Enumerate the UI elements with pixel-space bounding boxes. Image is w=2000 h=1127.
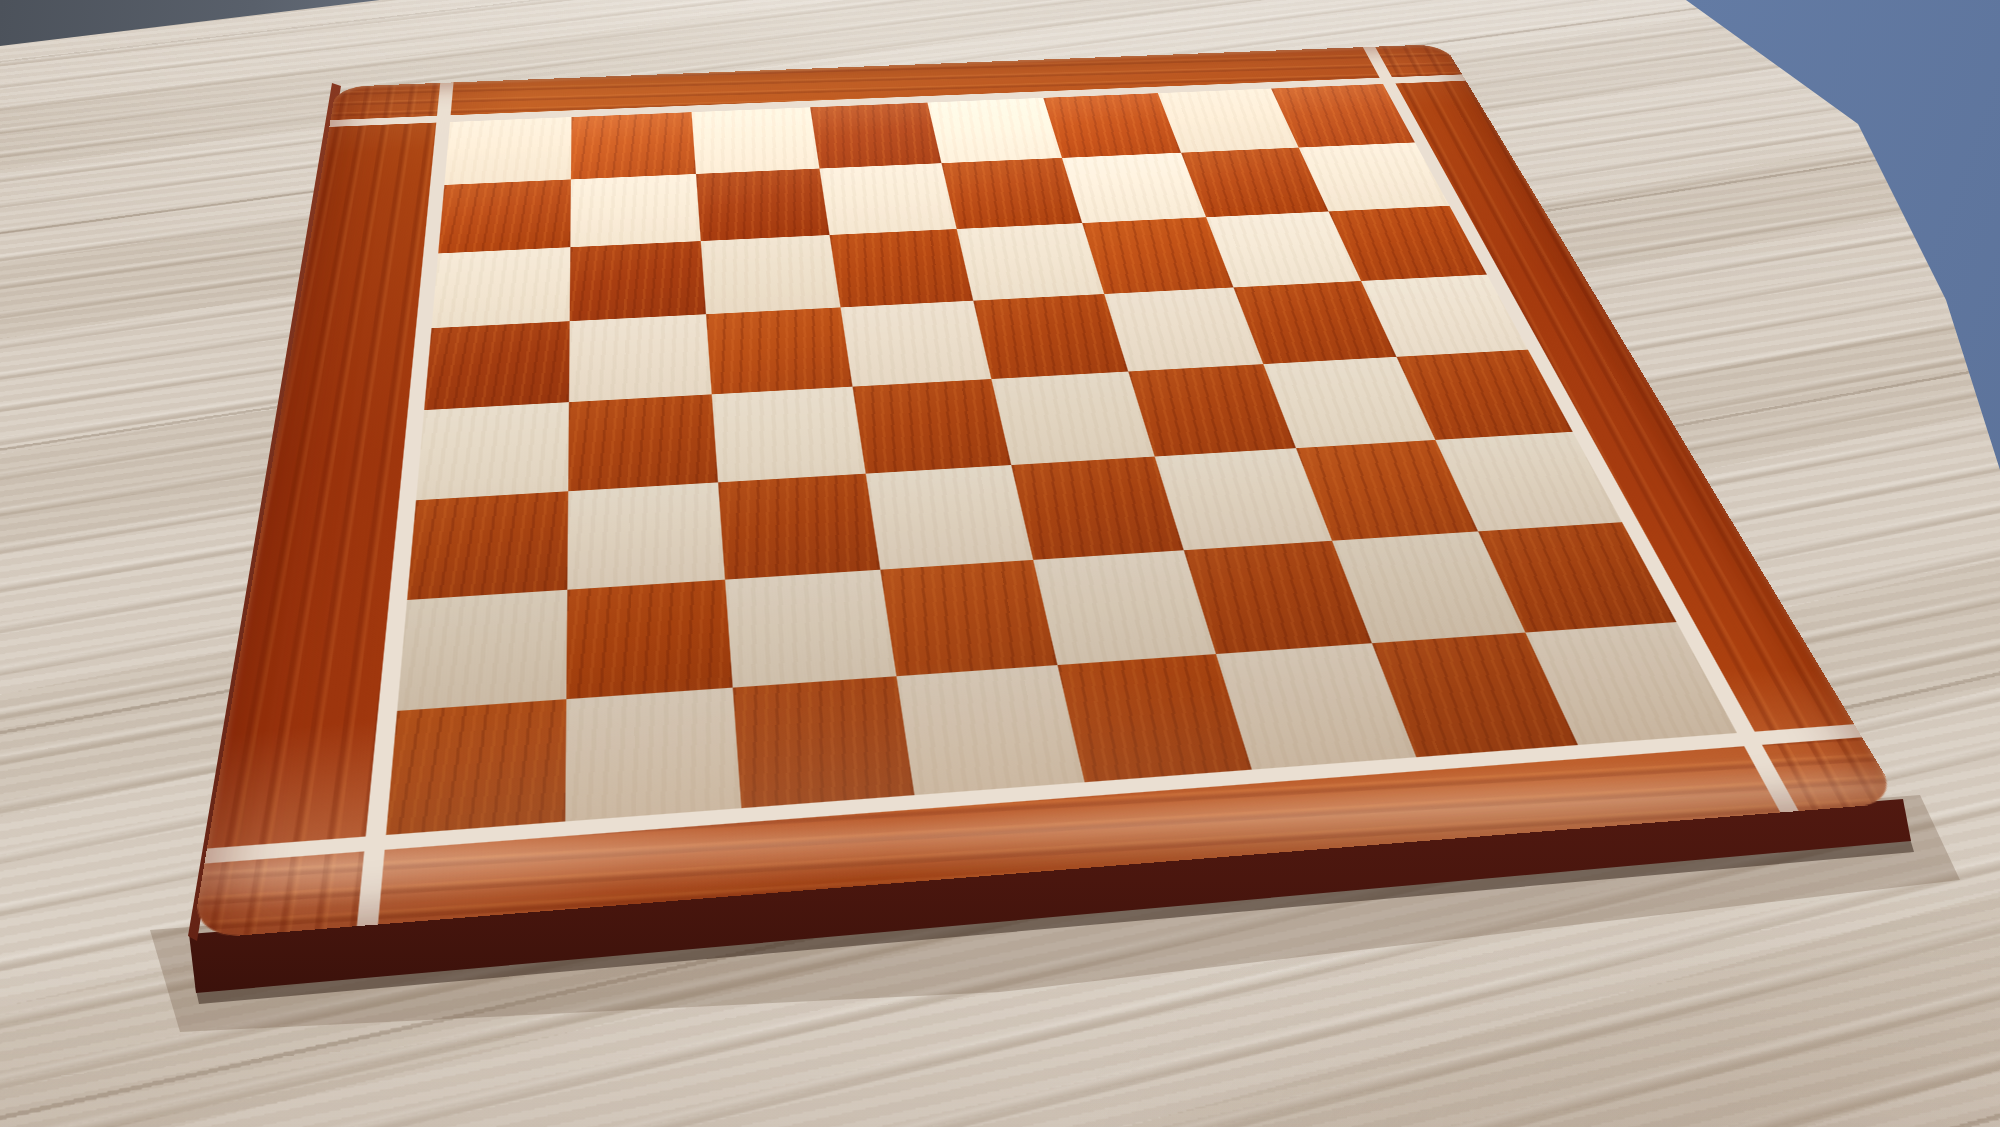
square-a7 [438, 179, 571, 253]
square-c5 [706, 307, 853, 394]
square-a3 [407, 491, 568, 600]
square-b2 [566, 580, 732, 700]
square-d6 [830, 229, 974, 307]
scene [0, 0, 2000, 1127]
square-b5 [569, 314, 712, 402]
square-d3 [866, 465, 1033, 570]
square-d5 [841, 301, 992, 387]
square-b3 [567, 482, 725, 589]
square-c6 [701, 235, 841, 314]
square-a4 [416, 402, 569, 500]
square-b1 [565, 688, 741, 822]
square-a8 [444, 117, 571, 185]
square-e3 [1011, 457, 1184, 560]
square-b6 [570, 241, 706, 321]
square-f8 [1043, 93, 1181, 158]
square-d2 [880, 560, 1057, 676]
square-e6 [957, 223, 1105, 301]
square-e5 [973, 294, 1128, 379]
square-d8 [810, 103, 941, 169]
square-c3 [718, 474, 880, 580]
square-e8 [927, 98, 1062, 163]
square-c4 [712, 387, 866, 483]
square-e4 [991, 372, 1154, 466]
square-a1 [386, 699, 566, 835]
square-c7 [696, 169, 830, 242]
square-d4 [853, 379, 1012, 474]
square-b4 [568, 394, 718, 491]
square-c2 [725, 570, 896, 688]
square-d1 [896, 665, 1084, 795]
square-c8 [692, 107, 820, 174]
square-a2 [397, 590, 567, 711]
square-b8 [571, 112, 696, 179]
square-a6 [431, 247, 570, 328]
playing-field [386, 84, 1737, 835]
square-b7 [570, 174, 700, 247]
square-e7 [941, 158, 1082, 229]
square-c1 [733, 676, 915, 808]
square-a5 [424, 321, 570, 410]
square-d7 [819, 163, 956, 235]
